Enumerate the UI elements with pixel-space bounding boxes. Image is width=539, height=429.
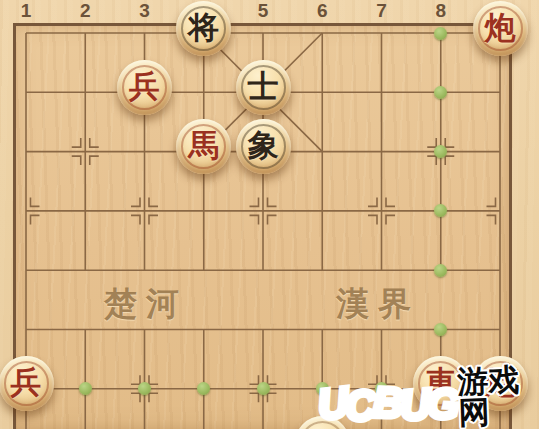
point-marker [445,138,454,147]
point-marker [368,393,377,402]
column-label-3: 3 [139,1,150,20]
point-marker [72,138,81,147]
point-marker [149,393,158,402]
piece-character: 兵 [11,367,42,398]
point-marker [268,197,277,206]
column-label-2: 2 [80,1,91,20]
column-label-1: 1 [21,1,32,20]
point-marker [31,197,40,206]
point-marker [427,138,436,147]
point-marker [386,215,395,224]
piece-character: 士 [248,71,279,102]
red-cannon-2[interactable]: 炮 [473,356,528,411]
red-soldier-2[interactable]: 兵 [0,356,54,411]
column-label-8: 8 [435,1,446,20]
point-marker [250,197,259,206]
point-marker [386,197,395,206]
column-label-5: 5 [258,1,269,20]
point-marker [250,215,259,224]
move-hint-dot[interactable] [434,86,447,99]
move-hint-dot[interactable] [79,382,92,395]
black-advisor[interactable]: 士 [236,60,291,115]
xiangqi-game-screen: 123456789 楚河 漢界 将炮兵士馬象兵車炮 UCBUG 游戏网 .com [0,0,539,429]
black-elephant[interactable]: 象 [236,119,291,174]
red-cannon-1[interactable]: 炮 [473,1,528,56]
red-horse[interactable]: 馬 [176,119,231,174]
piece-character: 将 [188,12,219,43]
piece-character: 馬 [188,130,219,161]
point-marker [268,215,277,224]
black-general[interactable]: 将 [176,1,231,56]
piece-character: 象 [248,130,279,161]
point-marker [131,393,140,402]
column-label-6: 6 [317,1,328,20]
piece-character: 車 [425,367,456,398]
point-marker [368,197,377,206]
point-marker [131,215,140,224]
point-marker [250,375,259,384]
move-hint-dot[interactable] [257,382,270,395]
point-marker [386,393,395,402]
point-marker [149,197,158,206]
piece-character: 炮 [485,12,516,43]
point-marker [31,215,40,224]
point-marker [368,215,377,224]
river-label-chu: 楚河 [104,282,188,327]
point-marker [90,138,99,147]
point-marker [386,375,395,384]
point-marker [250,393,259,402]
move-hint-dot[interactable] [434,264,447,277]
point-marker [131,197,140,206]
point-marker [149,375,158,384]
point-marker [268,393,277,402]
move-hint-dot[interactable] [316,382,329,395]
point-marker [487,215,496,224]
red-soldier-1[interactable]: 兵 [117,60,172,115]
point-marker [90,156,99,165]
point-marker [268,375,277,384]
piece-character: 兵 [129,71,160,102]
point-marker [149,215,158,224]
point-marker [368,375,377,384]
river-label-han: 漢界 [336,282,420,327]
point-marker [445,156,454,165]
piece-character: 炮 [485,367,516,398]
move-hint-dot[interactable] [434,27,447,40]
point-marker [487,197,496,206]
column-label-7: 7 [376,1,387,20]
point-marker [427,156,436,165]
point-marker [131,375,140,384]
point-marker [72,156,81,165]
